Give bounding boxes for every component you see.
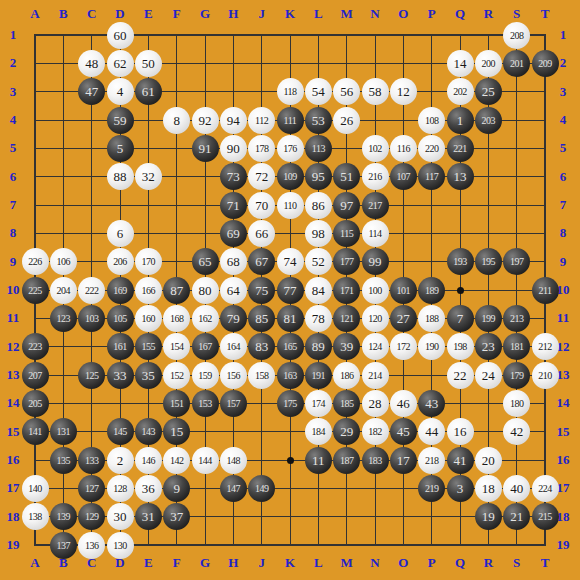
stone-P16: 218 — [418, 447, 445, 474]
col-label-bottom-R: R — [478, 556, 498, 570]
move-number-14: 14 — [447, 50, 474, 77]
col-label-top-L: L — [308, 7, 328, 21]
move-number-73: 73 — [220, 163, 247, 190]
stone-L16: 11 — [305, 447, 332, 474]
stone-A17: 140 — [22, 475, 49, 502]
stone-D2: 62 — [107, 50, 134, 77]
move-number-203: 203 — [475, 107, 502, 134]
stone-J8: 66 — [248, 220, 275, 247]
move-number-162: 162 — [192, 305, 219, 332]
move-number-188: 188 — [418, 305, 445, 332]
stone-S12: 181 — [503, 333, 530, 360]
move-number-166: 166 — [135, 277, 162, 304]
stone-N16: 183 — [362, 447, 389, 474]
move-number-11: 11 — [305, 447, 332, 474]
move-number-201: 201 — [503, 50, 530, 77]
move-number-208: 208 — [503, 22, 530, 49]
stone-T12: 212 — [532, 333, 559, 360]
stone-D3: 4 — [107, 78, 134, 105]
row-label-left-7: 7 — [3, 198, 23, 212]
kifu-viewer: AABBCCDDEEFFGGHHJJKKLLMMNNOOPPQQRRSSTT11… — [0, 0, 580, 580]
stone-H13: 156 — [220, 362, 247, 389]
col-label-top-Q: Q — [450, 7, 470, 21]
stone-J6: 72 — [248, 163, 275, 190]
stone-N8: 114 — [362, 220, 389, 247]
move-number-213: 213 — [503, 305, 530, 332]
row-label-right-1: 1 — [553, 28, 573, 42]
move-number-2: 2 — [107, 447, 134, 474]
move-number-181: 181 — [503, 333, 530, 360]
stone-R12: 23 — [475, 333, 502, 360]
stone-H4: 94 — [220, 107, 247, 134]
stone-S17: 40 — [503, 475, 530, 502]
move-number-115: 115 — [333, 220, 360, 247]
move-number-219: 219 — [418, 475, 445, 502]
stone-T18: 215 — [532, 503, 559, 530]
move-number-174: 174 — [305, 390, 332, 417]
stone-D11: 105 — [107, 305, 134, 332]
row-label-right-5: 5 — [553, 141, 573, 155]
move-number-24: 24 — [475, 362, 502, 389]
stone-N6: 216 — [362, 163, 389, 190]
move-number-204: 204 — [50, 277, 77, 304]
move-number-143: 143 — [135, 418, 162, 445]
move-number-197: 197 — [503, 248, 530, 275]
stone-R9: 195 — [475, 248, 502, 275]
stone-M10: 171 — [333, 277, 360, 304]
move-number-155: 155 — [135, 333, 162, 360]
stone-E17: 36 — [135, 475, 162, 502]
move-number-137: 137 — [50, 532, 77, 559]
stone-K9: 74 — [277, 248, 304, 275]
stone-B16: 135 — [50, 447, 77, 474]
col-label-top-E: E — [138, 7, 158, 21]
stone-S15: 42 — [503, 418, 530, 445]
stone-F17: 9 — [163, 475, 190, 502]
move-number-147: 147 — [220, 475, 247, 502]
stone-L5: 113 — [305, 135, 332, 162]
stone-L12: 89 — [305, 333, 332, 360]
move-number-216: 216 — [362, 163, 389, 190]
move-number-169: 169 — [107, 277, 134, 304]
move-number-142: 142 — [163, 447, 190, 474]
stone-D5: 5 — [107, 135, 134, 162]
stone-R4: 203 — [475, 107, 502, 134]
move-number-5: 5 — [107, 135, 134, 162]
row-label-left-2: 2 — [3, 56, 23, 70]
move-number-59: 59 — [107, 107, 134, 134]
row-label-left-19: 19 — [3, 538, 23, 552]
row-label-right-19: 19 — [553, 538, 573, 552]
stone-F4: 8 — [163, 107, 190, 134]
move-number-144: 144 — [192, 447, 219, 474]
col-label-bottom-E: E — [138, 556, 158, 570]
move-number-224: 224 — [532, 475, 559, 502]
stone-J4: 112 — [248, 107, 275, 134]
move-number-87: 87 — [163, 277, 190, 304]
stone-E10: 166 — [135, 277, 162, 304]
move-number-209: 209 — [532, 50, 559, 77]
stone-P12: 190 — [418, 333, 445, 360]
stone-Q3: 202 — [447, 78, 474, 105]
stone-Q13: 22 — [447, 362, 474, 389]
move-number-221: 221 — [447, 135, 474, 162]
stone-T10: 211 — [532, 277, 559, 304]
move-number-141: 141 — [22, 418, 49, 445]
move-number-153: 153 — [192, 390, 219, 417]
move-number-26: 26 — [333, 107, 360, 134]
stone-L7: 86 — [305, 192, 332, 219]
move-number-167: 167 — [192, 333, 219, 360]
move-number-185: 185 — [333, 390, 360, 417]
stone-C2: 48 — [78, 50, 105, 77]
stone-K12: 165 — [277, 333, 304, 360]
move-number-156: 156 — [220, 362, 247, 389]
move-number-160: 160 — [135, 305, 162, 332]
stone-G13: 159 — [192, 362, 219, 389]
stone-G5: 91 — [192, 135, 219, 162]
stone-E18: 31 — [135, 503, 162, 530]
stone-S13: 179 — [503, 362, 530, 389]
stone-E6: 32 — [135, 163, 162, 190]
move-number-6: 6 — [107, 220, 134, 247]
move-number-30: 30 — [107, 503, 134, 530]
stone-D6: 88 — [107, 163, 134, 190]
move-number-117: 117 — [418, 163, 445, 190]
col-label-top-T: T — [535, 7, 555, 21]
move-number-69: 69 — [220, 220, 247, 247]
move-number-71: 71 — [220, 192, 247, 219]
stone-E11: 160 — [135, 305, 162, 332]
move-number-88: 88 — [107, 163, 134, 190]
row-label-left-12: 12 — [3, 340, 23, 354]
stone-R3: 25 — [475, 78, 502, 105]
stone-K13: 163 — [277, 362, 304, 389]
col-label-top-C: C — [82, 7, 102, 21]
col-label-top-D: D — [110, 7, 130, 21]
stone-P17: 219 — [418, 475, 445, 502]
stone-R17: 18 — [475, 475, 502, 502]
row-label-right-4: 4 — [553, 113, 573, 127]
stone-C11: 103 — [78, 305, 105, 332]
move-number-98: 98 — [305, 220, 332, 247]
move-number-74: 74 — [277, 248, 304, 275]
stone-L10: 84 — [305, 277, 332, 304]
move-number-32: 32 — [135, 163, 162, 190]
move-number-97: 97 — [333, 192, 360, 219]
stone-D17: 128 — [107, 475, 134, 502]
move-number-152: 152 — [163, 362, 190, 389]
move-number-94: 94 — [220, 107, 247, 134]
col-label-top-R: R — [478, 7, 498, 21]
move-number-149: 149 — [248, 475, 275, 502]
stone-J7: 70 — [248, 192, 275, 219]
stone-E2: 50 — [135, 50, 162, 77]
row-label-right-8: 8 — [553, 226, 573, 240]
stone-T2: 209 — [532, 50, 559, 77]
move-number-35: 35 — [135, 362, 162, 389]
stone-B18: 139 — [50, 503, 77, 530]
move-number-84: 84 — [305, 277, 332, 304]
stone-Q5: 221 — [447, 135, 474, 162]
stone-J11: 85 — [248, 305, 275, 332]
col-label-top-O: O — [393, 7, 413, 21]
col-label-bottom-M: M — [337, 556, 357, 570]
stone-K10: 77 — [277, 277, 304, 304]
col-label-top-F: F — [167, 7, 187, 21]
move-number-125: 125 — [78, 362, 105, 389]
col-label-top-P: P — [422, 7, 442, 21]
stone-L8: 98 — [305, 220, 332, 247]
stone-L3: 54 — [305, 78, 332, 105]
move-number-107: 107 — [390, 163, 417, 190]
move-number-53: 53 — [305, 107, 332, 134]
move-number-154: 154 — [163, 333, 190, 360]
stone-D8: 6 — [107, 220, 134, 247]
row-label-right-16: 16 — [553, 453, 573, 467]
stone-J5: 178 — [248, 135, 275, 162]
stone-E16: 146 — [135, 447, 162, 474]
move-number-161: 161 — [107, 333, 134, 360]
move-number-193: 193 — [447, 248, 474, 275]
stone-D9: 206 — [107, 248, 134, 275]
stone-R16: 20 — [475, 447, 502, 474]
stone-F15: 15 — [163, 418, 190, 445]
stone-G11: 162 — [192, 305, 219, 332]
stone-A15: 141 — [22, 418, 49, 445]
stone-G12: 167 — [192, 333, 219, 360]
move-number-218: 218 — [418, 447, 445, 474]
stone-H8: 69 — [220, 220, 247, 247]
move-number-50: 50 — [135, 50, 162, 77]
move-number-37: 37 — [163, 503, 190, 530]
move-number-145: 145 — [107, 418, 134, 445]
col-label-top-G: G — [195, 7, 215, 21]
row-label-right-6: 6 — [553, 170, 573, 184]
move-number-22: 22 — [447, 362, 474, 389]
move-number-133: 133 — [78, 447, 105, 474]
stone-E12: 155 — [135, 333, 162, 360]
row-label-left-13: 13 — [3, 368, 23, 382]
move-number-171: 171 — [333, 277, 360, 304]
move-number-123: 123 — [50, 305, 77, 332]
stone-N5: 102 — [362, 135, 389, 162]
move-number-85: 85 — [248, 305, 275, 332]
move-number-48: 48 — [78, 50, 105, 77]
stone-Q4: 1 — [447, 107, 474, 134]
stone-T17: 224 — [532, 475, 559, 502]
stone-C18: 129 — [78, 503, 105, 530]
move-number-51: 51 — [333, 163, 360, 190]
go-board[interactable]: AABBCCDDEEFFGGHHJJKKLLMMNNOOPPQQRRSSTT11… — [0, 0, 580, 580]
stone-G16: 144 — [192, 447, 219, 474]
col-label-bottom-G: G — [195, 556, 215, 570]
row-label-right-7: 7 — [553, 198, 573, 212]
move-number-195: 195 — [475, 248, 502, 275]
move-number-72: 72 — [248, 163, 275, 190]
col-label-top-M: M — [337, 7, 357, 21]
move-number-151: 151 — [163, 390, 190, 417]
move-number-180: 180 — [503, 390, 530, 417]
stone-S11: 213 — [503, 305, 530, 332]
move-number-20: 20 — [475, 447, 502, 474]
move-number-198: 198 — [447, 333, 474, 360]
stone-G14: 153 — [192, 390, 219, 417]
row-label-left-1: 1 — [3, 28, 23, 42]
stone-K7: 110 — [277, 192, 304, 219]
stone-E13: 35 — [135, 362, 162, 389]
stone-Q12: 198 — [447, 333, 474, 360]
stone-O11: 27 — [390, 305, 417, 332]
stone-P4: 108 — [418, 107, 445, 134]
stone-E9: 170 — [135, 248, 162, 275]
stone-C10: 222 — [78, 277, 105, 304]
col-label-bottom-T: T — [535, 556, 555, 570]
stone-B15: 131 — [50, 418, 77, 445]
stone-R2: 200 — [475, 50, 502, 77]
move-number-44: 44 — [418, 418, 445, 445]
stone-M11: 121 — [333, 305, 360, 332]
move-number-146: 146 — [135, 447, 162, 474]
move-number-226: 226 — [22, 248, 49, 275]
stone-T13: 210 — [532, 362, 559, 389]
stone-N12: 124 — [362, 333, 389, 360]
stone-K3: 118 — [277, 78, 304, 105]
move-number-157: 157 — [220, 390, 247, 417]
stone-Q2: 14 — [447, 50, 474, 77]
stone-S9: 197 — [503, 248, 530, 275]
stone-P10: 189 — [418, 277, 445, 304]
stone-B11: 123 — [50, 305, 77, 332]
move-number-110: 110 — [277, 192, 304, 219]
move-number-56: 56 — [333, 78, 360, 105]
row-label-left-15: 15 — [3, 425, 23, 439]
move-number-206: 206 — [107, 248, 134, 275]
stone-H7: 71 — [220, 192, 247, 219]
row-label-right-15: 15 — [553, 425, 573, 439]
stone-C19: 136 — [78, 532, 105, 559]
move-number-86: 86 — [305, 192, 332, 219]
move-number-136: 136 — [78, 532, 105, 559]
stone-B19: 137 — [50, 532, 77, 559]
stone-H17: 147 — [220, 475, 247, 502]
stone-C16: 133 — [78, 447, 105, 474]
move-number-8: 8 — [163, 107, 190, 134]
move-number-113: 113 — [305, 135, 332, 162]
stone-H11: 79 — [220, 305, 247, 332]
col-label-bottom-N: N — [365, 556, 385, 570]
col-label-bottom-K: K — [280, 556, 300, 570]
move-number-21: 21 — [503, 503, 530, 530]
stone-N11: 120 — [362, 305, 389, 332]
move-number-139: 139 — [50, 503, 77, 530]
move-number-66: 66 — [248, 220, 275, 247]
stone-D12: 161 — [107, 333, 134, 360]
move-number-199: 199 — [475, 305, 502, 332]
stone-O12: 172 — [390, 333, 417, 360]
move-number-118: 118 — [277, 78, 304, 105]
move-number-207: 207 — [22, 362, 49, 389]
col-label-bottom-O: O — [393, 556, 413, 570]
stone-P11: 188 — [418, 305, 445, 332]
move-number-159: 159 — [192, 362, 219, 389]
stone-D1: 60 — [107, 22, 134, 49]
stone-O3: 12 — [390, 78, 417, 105]
stone-N9: 99 — [362, 248, 389, 275]
move-number-17: 17 — [390, 447, 417, 474]
move-number-220: 220 — [418, 135, 445, 162]
row-label-left-16: 16 — [3, 453, 23, 467]
stone-L9: 52 — [305, 248, 332, 275]
move-number-223: 223 — [22, 333, 49, 360]
move-number-170: 170 — [135, 248, 162, 275]
stone-S18: 21 — [503, 503, 530, 530]
move-number-217: 217 — [362, 192, 389, 219]
stone-L13: 191 — [305, 362, 332, 389]
row-label-left-8: 8 — [3, 226, 23, 240]
stone-E3: 61 — [135, 78, 162, 105]
stone-M13: 186 — [333, 362, 360, 389]
move-number-211: 211 — [532, 277, 559, 304]
move-number-215: 215 — [532, 503, 559, 530]
stone-C17: 127 — [78, 475, 105, 502]
stone-M16: 187 — [333, 447, 360, 474]
stone-K5: 176 — [277, 135, 304, 162]
col-label-top-N: N — [365, 7, 385, 21]
move-number-12: 12 — [390, 78, 417, 105]
stone-A13: 207 — [22, 362, 49, 389]
move-number-138: 138 — [22, 503, 49, 530]
stone-Q6: 13 — [447, 163, 474, 190]
move-number-60: 60 — [107, 22, 134, 49]
stone-D16: 2 — [107, 447, 134, 474]
move-number-178: 178 — [248, 135, 275, 162]
stone-G4: 92 — [192, 107, 219, 134]
move-number-163: 163 — [277, 362, 304, 389]
row-label-right-9: 9 — [553, 255, 573, 269]
col-label-top-K: K — [280, 7, 300, 21]
move-number-106: 106 — [50, 248, 77, 275]
stone-N10: 100 — [362, 277, 389, 304]
stone-L15: 184 — [305, 418, 332, 445]
stone-F18: 37 — [163, 503, 190, 530]
move-number-18: 18 — [475, 475, 502, 502]
move-number-65: 65 — [192, 248, 219, 275]
stone-R18: 19 — [475, 503, 502, 530]
stone-A12: 223 — [22, 333, 49, 360]
move-number-92: 92 — [192, 107, 219, 134]
row-label-right-11: 11 — [553, 311, 573, 325]
move-number-200: 200 — [475, 50, 502, 77]
move-number-100: 100 — [362, 277, 389, 304]
stone-M7: 97 — [333, 192, 360, 219]
stone-M15: 29 — [333, 418, 360, 445]
row-label-left-17: 17 — [3, 481, 23, 495]
stone-S2: 201 — [503, 50, 530, 77]
stone-F14: 151 — [163, 390, 190, 417]
col-label-bottom-J: J — [252, 556, 272, 570]
move-number-112: 112 — [248, 107, 275, 134]
move-number-114: 114 — [362, 220, 389, 247]
stone-D10: 169 — [107, 277, 134, 304]
stone-F11: 168 — [163, 305, 190, 332]
stone-G10: 80 — [192, 277, 219, 304]
col-label-bottom-L: L — [308, 556, 328, 570]
stone-C13: 125 — [78, 362, 105, 389]
move-number-121: 121 — [333, 305, 360, 332]
stone-M9: 177 — [333, 248, 360, 275]
row-label-left-9: 9 — [3, 255, 23, 269]
